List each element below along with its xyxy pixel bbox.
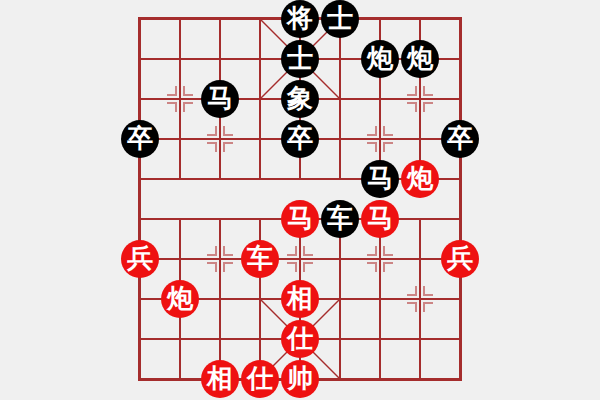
point-marker bbox=[407, 286, 433, 312]
red-elephant[interactable]: 相 bbox=[281, 280, 319, 318]
black-general[interactable]: 将 bbox=[281, 0, 319, 38]
black-advisor[interactable]: 士 bbox=[281, 40, 319, 78]
black-horse[interactable]: 马 bbox=[361, 160, 399, 198]
file-line bbox=[259, 19, 261, 179]
red-soldier[interactable]: 兵 bbox=[441, 240, 479, 278]
red-cannon[interactable]: 炮 bbox=[161, 280, 199, 318]
point-marker bbox=[367, 126, 393, 152]
black-soldier[interactable]: 卒 bbox=[281, 120, 319, 158]
red-advisor[interactable]: 仕 bbox=[281, 320, 319, 358]
point-marker bbox=[167, 86, 193, 112]
board-background: 将士士炮炮马象卒卒卒马车炮马马兵车兵炮相仕相仕帅 bbox=[0, 0, 600, 400]
file-line bbox=[339, 219, 341, 379]
red-chariot[interactable]: 车 bbox=[241, 240, 279, 278]
red-advisor[interactable]: 仕 bbox=[241, 360, 279, 398]
file-line bbox=[219, 219, 221, 379]
point-marker bbox=[287, 246, 313, 272]
black-soldier[interactable]: 卒 bbox=[121, 120, 159, 158]
point-marker bbox=[207, 246, 233, 272]
red-soldier[interactable]: 兵 bbox=[121, 240, 159, 278]
black-horse[interactable]: 马 bbox=[201, 80, 239, 118]
file-line bbox=[379, 219, 381, 379]
black-cannon[interactable]: 炮 bbox=[401, 40, 439, 78]
file-line bbox=[339, 19, 341, 179]
point-marker bbox=[407, 86, 433, 112]
xiangqi-board[interactable]: 将士士炮炮马象卒卒卒马车炮马马兵车兵炮相仕相仕帅 bbox=[140, 19, 460, 379]
red-general[interactable]: 帅 bbox=[281, 360, 319, 398]
point-marker bbox=[207, 126, 233, 152]
red-horse[interactable]: 马 bbox=[361, 200, 399, 238]
point-marker bbox=[367, 246, 393, 272]
black-elephant[interactable]: 象 bbox=[281, 80, 319, 118]
red-horse[interactable]: 马 bbox=[281, 200, 319, 238]
red-cannon[interactable]: 炮 bbox=[401, 160, 439, 198]
black-advisor[interactable]: 士 bbox=[321, 0, 359, 38]
black-chariot[interactable]: 车 bbox=[321, 200, 359, 238]
red-elephant[interactable]: 相 bbox=[201, 360, 239, 398]
black-cannon[interactable]: 炮 bbox=[361, 40, 399, 78]
black-soldier[interactable]: 卒 bbox=[441, 120, 479, 158]
